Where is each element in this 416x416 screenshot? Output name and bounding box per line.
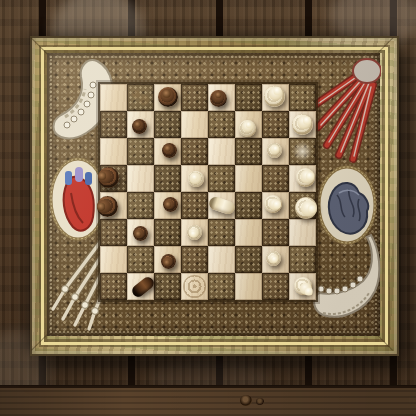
square-a7[interactable] (100, 111, 127, 138)
square-h2[interactable] (289, 246, 316, 273)
square-c1[interactable] (154, 273, 181, 300)
square-b4[interactable] (127, 192, 154, 219)
piece-white-knight-f7[interactable] (239, 120, 256, 137)
piece-top (135, 122, 141, 128)
square-e1[interactable] (208, 273, 235, 300)
photo-scene (0, 0, 416, 416)
square-e3[interactable] (208, 219, 235, 246)
square-g1[interactable] (262, 273, 289, 300)
piece-top (271, 256, 277, 262)
piece-top (245, 122, 252, 129)
piece-black-pawn-c4[interactable] (163, 197, 178, 212)
piece-white-king-h7[interactable] (292, 114, 313, 135)
piece-black-pawn-c2[interactable] (161, 254, 176, 269)
square-c3[interactable] (154, 219, 181, 246)
square-e2[interactable] (208, 246, 235, 273)
chess-board (100, 84, 316, 300)
piece-top (273, 146, 279, 152)
piece-white-rook-h1[interactable] (294, 277, 312, 295)
piece-top (135, 231, 141, 237)
square-f2[interactable] (235, 246, 262, 273)
square-d8[interactable] (181, 84, 208, 111)
wood-knot (256, 398, 264, 405)
piece-top (165, 202, 171, 208)
square-a8[interactable] (100, 84, 127, 111)
square-a3[interactable] (100, 219, 127, 246)
piece-black-king-a4[interactable] (97, 196, 118, 217)
square-e5[interactable] (208, 165, 235, 192)
piece-white-bishop-h5[interactable] (296, 168, 315, 187)
square-a2[interactable] (100, 246, 127, 273)
piece-top (164, 260, 170, 266)
square-d2[interactable] (181, 246, 208, 273)
square-e7[interactable] (208, 111, 235, 138)
piece-black-bishop-e8[interactable] (210, 90, 227, 107)
piece-white-bishop-g4[interactable] (264, 195, 282, 213)
wood-bottom-rail (0, 385, 416, 416)
piece-black-pawn-b7[interactable] (132, 119, 147, 134)
piece-white-pawn-g2[interactable] (266, 251, 281, 266)
square-h8[interactable] (289, 84, 316, 111)
square-d4[interactable] (181, 192, 208, 219)
square-f1[interactable] (235, 273, 262, 300)
piece-white-pawn-d5[interactable] (188, 171, 204, 187)
square-b5[interactable] (127, 165, 154, 192)
piece-top (163, 90, 171, 98)
piece-white-queen-g8[interactable] (264, 86, 285, 107)
square-d1[interactable] (181, 273, 208, 300)
square-d6[interactable] (181, 138, 208, 165)
piece-black-queen-a5[interactable] (98, 167, 119, 188)
square-b2[interactable] (127, 246, 154, 273)
piece-black-pawn-c6[interactable] (162, 143, 177, 158)
piece-white-pawn-d3[interactable] (187, 225, 202, 240)
square-f6[interactable] (235, 138, 262, 165)
piece-top (307, 205, 316, 214)
piece-top (306, 172, 314, 180)
square-f4[interactable] (235, 192, 262, 219)
square-b8[interactable] (127, 84, 154, 111)
square-b6[interactable] (127, 138, 154, 165)
square-f3[interactable] (235, 219, 262, 246)
square-f8[interactable] (235, 84, 262, 111)
square-h6[interactable] (289, 138, 316, 165)
piece-white-rook-h4[interactable] (295, 197, 317, 219)
piece-black-knight-c8[interactable] (158, 87, 178, 107)
piece-top (305, 288, 312, 295)
piece-white-pawn-g6[interactable] (267, 143, 282, 158)
square-g7[interactable] (262, 111, 289, 138)
square-d7[interactable] (181, 111, 208, 138)
piece-top (190, 231, 196, 237)
square-e6[interactable] (208, 138, 235, 165)
square-f5[interactable] (235, 165, 262, 192)
square-c7[interactable] (154, 111, 181, 138)
piece-top (165, 146, 171, 152)
square-g3[interactable] (262, 219, 289, 246)
piece-black-pawn-b3[interactable] (133, 226, 148, 241)
square-a6[interactable] (100, 138, 127, 165)
anatomical-hand-artwork (305, 53, 381, 165)
square-a1[interactable] (100, 273, 127, 300)
piece-top (215, 92, 222, 99)
square-h3[interactable] (289, 219, 316, 246)
square-c5[interactable] (154, 165, 181, 192)
square-g5[interactable] (262, 165, 289, 192)
wood-knot (240, 395, 252, 406)
